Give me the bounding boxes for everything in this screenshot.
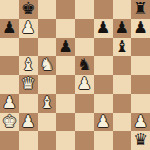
black-knight[interactable]: ♞ [77, 56, 92, 74]
black-rook[interactable]: ♜ [133, 0, 148, 18]
square-f4[interactable] [94, 75, 113, 94]
square-e2[interactable] [75, 113, 94, 132]
square-b3[interactable] [19, 94, 38, 113]
square-c7[interactable] [38, 19, 57, 38]
black-pawn[interactable]: ♟ [114, 19, 129, 37]
white-pawn[interactable]: ♟ [21, 113, 36, 131]
black-pawn[interactable]: ♟ [133, 19, 148, 37]
square-f3[interactable] [94, 94, 113, 113]
square-b8[interactable]: ♚ [19, 0, 38, 19]
square-c3[interactable]: ♝ [38, 94, 57, 113]
white-pawn[interactable]: ♟ [96, 113, 111, 131]
square-b4[interactable]: ♛ [19, 75, 38, 94]
square-e6[interactable] [75, 38, 94, 57]
white-king[interactable]: ♚ [2, 113, 17, 131]
square-h4[interactable] [131, 75, 150, 94]
square-f2[interactable]: ♟ [94, 113, 113, 132]
black-pawn[interactable]: ♟ [58, 38, 73, 56]
white-bishop[interactable]: ♝ [21, 56, 36, 74]
square-d2[interactable] [56, 113, 75, 132]
square-b5[interactable]: ♝ [19, 56, 38, 75]
square-g7[interactable]: ♟ [113, 19, 132, 38]
square-g5[interactable] [113, 56, 132, 75]
square-c4[interactable] [38, 75, 57, 94]
square-g3[interactable] [113, 94, 132, 113]
square-g2[interactable] [113, 113, 132, 132]
white-pawn[interactable]: ♟ [133, 113, 148, 131]
square-h6[interactable] [131, 38, 150, 57]
white-bishop[interactable]: ♝ [39, 94, 54, 112]
square-h2[interactable]: ♟ [131, 113, 150, 132]
square-d1[interactable] [56, 131, 75, 150]
square-b1[interactable] [19, 131, 38, 150]
square-f5[interactable] [94, 56, 113, 75]
white-queen[interactable]: ♛ [21, 75, 36, 93]
square-d3[interactable] [56, 94, 75, 113]
black-king[interactable]: ♚ [21, 0, 36, 18]
square-c6[interactable] [38, 38, 57, 57]
square-e3[interactable] [75, 94, 94, 113]
white-pawn[interactable]: ♟ [77, 75, 92, 93]
square-e5[interactable]: ♞ [75, 56, 94, 75]
square-b7[interactable]: ♟ [19, 19, 38, 38]
black-bishop[interactable]: ♝ [114, 38, 129, 56]
square-a4[interactable] [0, 75, 19, 94]
square-a3[interactable]: ♟ [0, 94, 19, 113]
square-d5[interactable] [56, 56, 75, 75]
square-h7[interactable]: ♟ [131, 19, 150, 38]
white-knight[interactable]: ♞ [39, 56, 54, 74]
white-pawn[interactable]: ♟ [2, 94, 17, 112]
square-c8[interactable] [38, 0, 57, 19]
square-a1[interactable] [0, 131, 19, 150]
square-d8[interactable] [56, 0, 75, 19]
black-queen[interactable]: ♛ [133, 131, 148, 149]
white-pawn[interactable]: ♟ [21, 19, 36, 37]
square-d4[interactable] [56, 75, 75, 94]
square-h1[interactable]: ♛ [131, 131, 150, 150]
square-e4[interactable]: ♟ [75, 75, 94, 94]
square-f1[interactable] [94, 131, 113, 150]
square-g4[interactable] [113, 75, 132, 94]
square-h5[interactable] [131, 56, 150, 75]
square-e8[interactable] [75, 0, 94, 19]
black-pawn[interactable]: ♟ [2, 19, 17, 37]
square-b6[interactable] [19, 38, 38, 57]
square-f8[interactable] [94, 0, 113, 19]
square-a2[interactable]: ♚ [0, 113, 19, 132]
square-a5[interactable] [0, 56, 19, 75]
square-g1[interactable] [113, 131, 132, 150]
square-f7[interactable]: ♟ [94, 19, 113, 38]
square-f6[interactable] [94, 38, 113, 57]
square-h8[interactable]: ♜ [131, 0, 150, 19]
chess-board: ♚♜♟♟♟♟♟♟♝♝♞♞♛♟♟♝♚♟♟♟♛ [0, 0, 150, 150]
square-a8[interactable] [0, 0, 19, 19]
square-e1[interactable] [75, 131, 94, 150]
square-c2[interactable] [38, 113, 57, 132]
square-d7[interactable] [56, 19, 75, 38]
square-c1[interactable] [38, 131, 57, 150]
square-a7[interactable]: ♟ [0, 19, 19, 38]
square-g6[interactable]: ♝ [113, 38, 132, 57]
black-pawn[interactable]: ♟ [96, 19, 111, 37]
square-c5[interactable]: ♞ [38, 56, 57, 75]
square-h3[interactable] [131, 94, 150, 113]
square-d6[interactable]: ♟ [56, 38, 75, 57]
square-g8[interactable] [113, 0, 132, 19]
square-e7[interactable] [75, 19, 94, 38]
square-b2[interactable]: ♟ [19, 113, 38, 132]
square-a6[interactable] [0, 38, 19, 57]
